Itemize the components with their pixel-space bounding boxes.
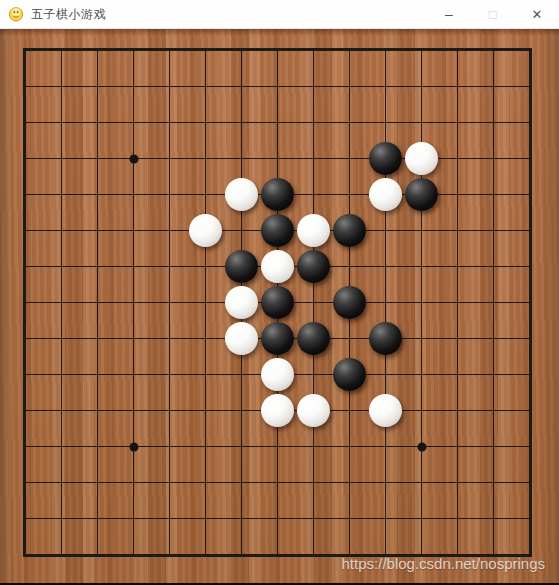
intersection-c9[interactable] bbox=[79, 248, 115, 284]
intersection-o14[interactable] bbox=[511, 68, 547, 104]
black-stone bbox=[405, 178, 438, 211]
intersection-l13[interactable] bbox=[403, 104, 439, 140]
intersection-h13[interactable] bbox=[259, 104, 295, 140]
intersection-i11[interactable] bbox=[295, 176, 331, 212]
intersection-i13[interactable] bbox=[295, 104, 331, 140]
intersection-a2[interactable] bbox=[7, 500, 43, 536]
intersection-l8[interactable] bbox=[403, 284, 439, 320]
intersection-c13[interactable] bbox=[79, 104, 115, 140]
intersection-e14[interactable] bbox=[151, 68, 187, 104]
intersection-k5[interactable] bbox=[367, 392, 403, 428]
intersection-j2[interactable] bbox=[331, 500, 367, 536]
intersection-k13[interactable] bbox=[367, 104, 403, 140]
intersection-b6[interactable] bbox=[43, 356, 79, 392]
intersection-h15[interactable] bbox=[259, 32, 295, 68]
intersection-h3[interactable] bbox=[259, 464, 295, 500]
intersection-d10[interactable] bbox=[115, 212, 151, 248]
intersection-m7[interactable] bbox=[439, 320, 475, 356]
intersection-c1[interactable] bbox=[79, 536, 115, 572]
intersection-a1[interactable] bbox=[7, 536, 43, 572]
black-stone bbox=[369, 322, 402, 355]
intersection-k8[interactable] bbox=[367, 284, 403, 320]
intersection-e12[interactable] bbox=[151, 140, 187, 176]
intersection-j9[interactable] bbox=[331, 248, 367, 284]
intersection-k11[interactable] bbox=[367, 176, 403, 212]
intersection-f12[interactable] bbox=[187, 140, 223, 176]
intersection-d5[interactable] bbox=[115, 392, 151, 428]
intersection-k14[interactable] bbox=[367, 68, 403, 104]
intersection-i9[interactable] bbox=[295, 248, 331, 284]
intersection-k6[interactable] bbox=[367, 356, 403, 392]
intersection-d8[interactable] bbox=[115, 284, 151, 320]
intersection-n13[interactable] bbox=[475, 104, 511, 140]
intersection-a12[interactable] bbox=[7, 140, 43, 176]
intersection-f4[interactable] bbox=[187, 428, 223, 464]
intersection-e6[interactable] bbox=[151, 356, 187, 392]
black-stone bbox=[333, 358, 366, 391]
intersection-c11[interactable] bbox=[79, 176, 115, 212]
intersection-l10[interactable] bbox=[403, 212, 439, 248]
minimize-button[interactable]: – bbox=[427, 0, 471, 28]
intersection-i15[interactable] bbox=[295, 32, 331, 68]
intersection-a6[interactable] bbox=[7, 356, 43, 392]
intersection-i7[interactable] bbox=[295, 320, 331, 356]
intersection-j15[interactable] bbox=[331, 32, 367, 68]
intersection-j13[interactable] bbox=[331, 104, 367, 140]
intersection-j11[interactable] bbox=[331, 176, 367, 212]
intersection-n8[interactable] bbox=[475, 284, 511, 320]
intersection-j10[interactable] bbox=[331, 212, 367, 248]
board-grid bbox=[7, 32, 547, 572]
white-stone bbox=[369, 178, 402, 211]
intersection-f14[interactable] bbox=[187, 68, 223, 104]
intersection-d6[interactable] bbox=[115, 356, 151, 392]
intersection-b14[interactable] bbox=[43, 68, 79, 104]
intersection-l14[interactable] bbox=[403, 68, 439, 104]
intersection-m4[interactable] bbox=[439, 428, 475, 464]
intersection-i14[interactable] bbox=[295, 68, 331, 104]
intersection-b7[interactable] bbox=[43, 320, 79, 356]
intersection-i4[interactable] bbox=[295, 428, 331, 464]
intersection-k15[interactable] bbox=[367, 32, 403, 68]
intersection-j6[interactable] bbox=[331, 356, 367, 392]
intersection-b1[interactable] bbox=[43, 536, 79, 572]
intersection-b8[interactable] bbox=[43, 284, 79, 320]
intersection-b12[interactable] bbox=[43, 140, 79, 176]
intersection-h10[interactable] bbox=[259, 212, 295, 248]
intersection-i1[interactable] bbox=[295, 536, 331, 572]
intersection-a3[interactable] bbox=[7, 464, 43, 500]
intersection-a7[interactable] bbox=[7, 320, 43, 356]
intersection-o7[interactable] bbox=[511, 320, 547, 356]
white-stone bbox=[297, 214, 330, 247]
intersection-a10[interactable] bbox=[7, 212, 43, 248]
intersection-i2[interactable] bbox=[295, 500, 331, 536]
intersection-h9[interactable] bbox=[259, 248, 295, 284]
intersection-c5[interactable] bbox=[79, 392, 115, 428]
intersection-f6[interactable] bbox=[187, 356, 223, 392]
intersection-e3[interactable] bbox=[151, 464, 187, 500]
black-stone bbox=[297, 250, 330, 283]
intersection-n4[interactable] bbox=[475, 428, 511, 464]
black-stone bbox=[369, 142, 402, 175]
intersection-c3[interactable] bbox=[79, 464, 115, 500]
white-stone bbox=[369, 394, 402, 427]
intersection-l9[interactable] bbox=[403, 248, 439, 284]
intersection-h4[interactable] bbox=[259, 428, 295, 464]
intersection-c10[interactable] bbox=[79, 212, 115, 248]
intersection-k3[interactable] bbox=[367, 464, 403, 500]
intersection-h7[interactable] bbox=[259, 320, 295, 356]
white-stone bbox=[297, 394, 330, 427]
intersection-f10[interactable] bbox=[187, 212, 223, 248]
intersection-b13[interactable] bbox=[43, 104, 79, 140]
intersection-g7[interactable] bbox=[223, 320, 259, 356]
intersection-m3[interactable] bbox=[439, 464, 475, 500]
intersection-f15[interactable] bbox=[187, 32, 223, 68]
intersection-g2[interactable] bbox=[223, 500, 259, 536]
white-stone bbox=[261, 358, 294, 391]
intersection-h1[interactable] bbox=[259, 536, 295, 572]
intersection-o2[interactable] bbox=[511, 500, 547, 536]
black-stone bbox=[261, 178, 294, 211]
black-stone bbox=[261, 214, 294, 247]
intersection-g8[interactable] bbox=[223, 284, 259, 320]
intersection-e2[interactable] bbox=[151, 500, 187, 536]
intersection-j5[interactable] bbox=[331, 392, 367, 428]
intersection-f8[interactable] bbox=[187, 284, 223, 320]
intersection-n6[interactable] bbox=[475, 356, 511, 392]
intersection-c14[interactable] bbox=[79, 68, 115, 104]
window-title: 五子棋小游戏 bbox=[31, 6, 106, 23]
intersection-c7[interactable] bbox=[79, 320, 115, 356]
intersection-m11[interactable] bbox=[439, 176, 475, 212]
intersection-a8[interactable] bbox=[7, 284, 43, 320]
app-icon bbox=[8, 6, 24, 22]
intersection-o9[interactable] bbox=[511, 248, 547, 284]
intersection-i12[interactable] bbox=[295, 140, 331, 176]
intersection-c12[interactable] bbox=[79, 140, 115, 176]
close-button[interactable]: ✕ bbox=[515, 0, 559, 28]
intersection-a9[interactable] bbox=[7, 248, 43, 284]
intersection-n10[interactable] bbox=[475, 212, 511, 248]
intersection-g4[interactable] bbox=[223, 428, 259, 464]
intersection-l2[interactable] bbox=[403, 500, 439, 536]
intersection-m10[interactable] bbox=[439, 212, 475, 248]
intersection-m6[interactable] bbox=[439, 356, 475, 392]
intersection-b10[interactable] bbox=[43, 212, 79, 248]
gomoku-game-window: 五子棋小游戏 – □ ✕ https://blog.csdn.net/nospr… bbox=[0, 0, 559, 585]
intersection-o8[interactable] bbox=[511, 284, 547, 320]
intersection-j12[interactable] bbox=[331, 140, 367, 176]
intersection-g13[interactable] bbox=[223, 104, 259, 140]
intersection-h11[interactable] bbox=[259, 176, 295, 212]
intersection-n15[interactable] bbox=[475, 32, 511, 68]
intersection-d7[interactable] bbox=[115, 320, 151, 356]
intersection-d9[interactable] bbox=[115, 248, 151, 284]
intersection-b11[interactable] bbox=[43, 176, 79, 212]
intersection-k12[interactable] bbox=[367, 140, 403, 176]
intersection-e4[interactable] bbox=[151, 428, 187, 464]
black-stone bbox=[261, 286, 294, 319]
intersection-n7[interactable] bbox=[475, 320, 511, 356]
intersection-n2[interactable] bbox=[475, 500, 511, 536]
intersection-b9[interactable] bbox=[43, 248, 79, 284]
intersection-g3[interactable] bbox=[223, 464, 259, 500]
intersection-o6[interactable] bbox=[511, 356, 547, 392]
window-controls: – □ ✕ bbox=[427, 0, 559, 28]
intersection-b2[interactable] bbox=[43, 500, 79, 536]
white-stone bbox=[261, 250, 294, 283]
black-stone bbox=[261, 322, 294, 355]
intersection-e15[interactable] bbox=[151, 32, 187, 68]
intersection-m2[interactable] bbox=[439, 500, 475, 536]
intersection-i6[interactable] bbox=[295, 356, 331, 392]
intersection-n9[interactable] bbox=[475, 248, 511, 284]
intersection-j7[interactable] bbox=[331, 320, 367, 356]
intersection-c2[interactable] bbox=[79, 500, 115, 536]
intersection-k2[interactable] bbox=[367, 500, 403, 536]
intersection-l7[interactable] bbox=[403, 320, 439, 356]
intersection-j8[interactable] bbox=[331, 284, 367, 320]
intersection-e1[interactable] bbox=[151, 536, 187, 572]
intersection-j4[interactable] bbox=[331, 428, 367, 464]
intersection-g12[interactable] bbox=[223, 140, 259, 176]
intersection-d12[interactable] bbox=[115, 140, 151, 176]
intersection-a14[interactable] bbox=[7, 68, 43, 104]
intersection-g10[interactable] bbox=[223, 212, 259, 248]
intersection-f3[interactable] bbox=[187, 464, 223, 500]
intersection-m15[interactable] bbox=[439, 32, 475, 68]
intersection-a13[interactable] bbox=[7, 104, 43, 140]
intersection-k7[interactable] bbox=[367, 320, 403, 356]
black-stone bbox=[297, 322, 330, 355]
intersection-i5[interactable] bbox=[295, 392, 331, 428]
intersection-e10[interactable] bbox=[151, 212, 187, 248]
intersection-l6[interactable] bbox=[403, 356, 439, 392]
intersection-o13[interactable] bbox=[511, 104, 547, 140]
intersection-h14[interactable] bbox=[259, 68, 295, 104]
intersection-e8[interactable] bbox=[151, 284, 187, 320]
intersection-o3[interactable] bbox=[511, 464, 547, 500]
intersection-h12[interactable] bbox=[259, 140, 295, 176]
intersection-f5[interactable] bbox=[187, 392, 223, 428]
white-stone bbox=[225, 178, 258, 211]
intersection-d13[interactable] bbox=[115, 104, 151, 140]
intersection-c6[interactable] bbox=[79, 356, 115, 392]
intersection-j3[interactable] bbox=[331, 464, 367, 500]
intersection-m12[interactable] bbox=[439, 140, 475, 176]
intersection-g11[interactable] bbox=[223, 176, 259, 212]
intersection-d2[interactable] bbox=[115, 500, 151, 536]
intersection-h6[interactable] bbox=[259, 356, 295, 392]
intersection-l11[interactable] bbox=[403, 176, 439, 212]
intersection-o11[interactable] bbox=[511, 176, 547, 212]
intersection-o12[interactable] bbox=[511, 140, 547, 176]
intersection-a5[interactable] bbox=[7, 392, 43, 428]
title-bar[interactable]: 五子棋小游戏 – □ ✕ bbox=[0, 0, 559, 29]
black-stone bbox=[333, 286, 366, 319]
intersection-b3[interactable] bbox=[43, 464, 79, 500]
intersection-f13[interactable] bbox=[187, 104, 223, 140]
intersection-g9[interactable] bbox=[223, 248, 259, 284]
intersection-d15[interactable] bbox=[115, 32, 151, 68]
intersection-b4[interactable] bbox=[43, 428, 79, 464]
intersection-d14[interactable] bbox=[115, 68, 151, 104]
intersection-a15[interactable] bbox=[7, 32, 43, 68]
intersection-e7[interactable] bbox=[151, 320, 187, 356]
intersection-i8[interactable] bbox=[295, 284, 331, 320]
intersection-m14[interactable] bbox=[439, 68, 475, 104]
intersection-g5[interactable] bbox=[223, 392, 259, 428]
intersection-j14[interactable] bbox=[331, 68, 367, 104]
black-stone bbox=[225, 250, 258, 283]
intersection-b5[interactable] bbox=[43, 392, 79, 428]
intersection-g14[interactable] bbox=[223, 68, 259, 104]
intersection-i3[interactable] bbox=[295, 464, 331, 500]
intersection-o10[interactable] bbox=[511, 212, 547, 248]
intersection-k4[interactable] bbox=[367, 428, 403, 464]
intersection-n3[interactable] bbox=[475, 464, 511, 500]
intersection-c15[interactable] bbox=[79, 32, 115, 68]
intersection-n14[interactable] bbox=[475, 68, 511, 104]
intersection-c8[interactable] bbox=[79, 284, 115, 320]
intersection-f11[interactable] bbox=[187, 176, 223, 212]
intersection-k10[interactable] bbox=[367, 212, 403, 248]
intersection-l4[interactable] bbox=[403, 428, 439, 464]
intersection-g6[interactable] bbox=[223, 356, 259, 392]
intersection-n12[interactable] bbox=[475, 140, 511, 176]
intersection-f2[interactable] bbox=[187, 500, 223, 536]
goban-board-surface[interactable]: https://blog.csdn.net/nosprings bbox=[0, 29, 559, 585]
intersection-h2[interactable] bbox=[259, 500, 295, 536]
intersection-d3[interactable] bbox=[115, 464, 151, 500]
intersection-c4[interactable] bbox=[79, 428, 115, 464]
white-stone bbox=[225, 286, 258, 319]
intersection-o4[interactable] bbox=[511, 428, 547, 464]
white-stone bbox=[189, 214, 222, 247]
intersection-l12[interactable] bbox=[403, 140, 439, 176]
intersection-d1[interactable] bbox=[115, 536, 151, 572]
intersection-a11[interactable] bbox=[7, 176, 43, 212]
intersection-l15[interactable] bbox=[403, 32, 439, 68]
intersection-n5[interactable] bbox=[475, 392, 511, 428]
intersection-n11[interactable] bbox=[475, 176, 511, 212]
intersection-m5[interactable] bbox=[439, 392, 475, 428]
intersection-e11[interactable] bbox=[151, 176, 187, 212]
intersection-l5[interactable] bbox=[403, 392, 439, 428]
intersection-i10[interactable] bbox=[295, 212, 331, 248]
black-stone bbox=[333, 214, 366, 247]
white-stone bbox=[405, 142, 438, 175]
intersection-h5[interactable] bbox=[259, 392, 295, 428]
intersection-e13[interactable] bbox=[151, 104, 187, 140]
intersection-k9[interactable] bbox=[367, 248, 403, 284]
intersection-f1[interactable] bbox=[187, 536, 223, 572]
intersection-o5[interactable] bbox=[511, 392, 547, 428]
maximize-button[interactable]: □ bbox=[471, 0, 515, 28]
intersection-m8[interactable] bbox=[439, 284, 475, 320]
intersection-m13[interactable] bbox=[439, 104, 475, 140]
intersection-m9[interactable] bbox=[439, 248, 475, 284]
intersection-f9[interactable] bbox=[187, 248, 223, 284]
intersection-e9[interactable] bbox=[151, 248, 187, 284]
csdn-watermark: https://blog.csdn.net/nosprings bbox=[342, 555, 545, 572]
intersection-g15[interactable] bbox=[223, 32, 259, 68]
intersection-l3[interactable] bbox=[403, 464, 439, 500]
intersection-d11[interactable] bbox=[115, 176, 151, 212]
white-stone bbox=[225, 322, 258, 355]
intersection-f7[interactable] bbox=[187, 320, 223, 356]
intersection-g1[interactable] bbox=[223, 536, 259, 572]
white-stone bbox=[261, 394, 294, 427]
intersection-e5[interactable] bbox=[151, 392, 187, 428]
intersection-d4[interactable] bbox=[115, 428, 151, 464]
intersection-a4[interactable] bbox=[7, 428, 43, 464]
intersection-o15[interactable] bbox=[511, 32, 547, 68]
intersection-b15[interactable] bbox=[43, 32, 79, 68]
intersection-h8[interactable] bbox=[259, 284, 295, 320]
